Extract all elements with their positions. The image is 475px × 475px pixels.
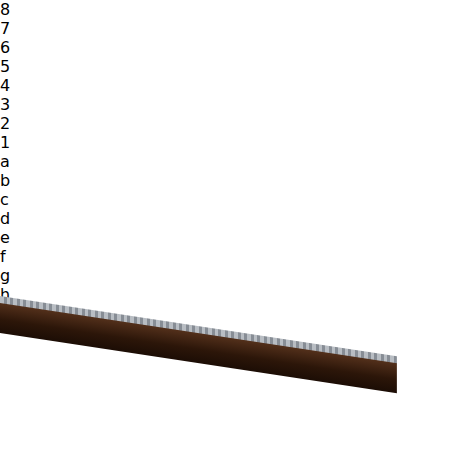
rank-border-2: 2	[0, 114, 475, 133]
piece-black-knight-b8[interactable]: ♞	[0, 376, 190, 475]
chess-set-photo: 87654321abcdefgh ♜♞♝♛♚♝♞♜♟♟♟♟♟♟♟♟♟♟♟♟♜♟♛…	[0, 0, 475, 475]
rank-border-4: 4	[0, 76, 475, 95]
box-bottom-half-edge	[0, 0, 238, 42]
rank-label-2: 2	[0, 114, 475, 133]
piece-black-rook-a8[interactable]: ♜	[0, 209, 190, 334]
file-border-a: a	[0, 152, 475, 171]
file-label-b: b	[0, 171, 475, 190]
file-label-a: a	[0, 152, 475, 171]
rank-border-5: 5	[0, 57, 475, 76]
rank-label-1: 1	[0, 133, 475, 152]
rank-label-4: 4	[0, 76, 475, 95]
file-border-b: b	[0, 171, 475, 190]
file-border-c: c	[0, 190, 475, 209]
rank-border-3: 3	[0, 95, 475, 114]
pieces-layer: ♜♞♝♛♚♝♞♜♟♟♟♟♟♟♟♟♟♟♟♟♜♟♛♚♝♞	[0, 304, 475, 475]
rank-label-5: 5	[0, 57, 475, 76]
file-label-c: c	[0, 190, 475, 209]
rank-border-1: 1	[0, 133, 475, 152]
rank-label-3: 3	[0, 95, 475, 114]
